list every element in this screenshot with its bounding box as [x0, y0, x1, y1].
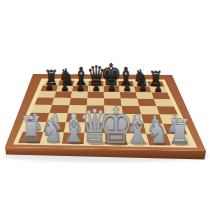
piece-black-pawn: ♟: [154, 80, 163, 94]
product-photo-stage: ♜♞♝♛♚♝♞♜♟♟♟♟♟♟♟♟♟♟♟♟♟♟♟♟♜♞♝♛♚♝♞♜: [0, 0, 210, 210]
square-b5: [52, 98, 71, 105]
square-g5: [137, 99, 156, 107]
chess-board: ♜♞♝♛♚♝♞♜♟♟♟♟♟♟♟♟♟♟♟♟♟♟♟♟♜♞♝♛♚♝♞♜: [0, 0, 210, 210]
piece-black-pawn: ♟: [107, 80, 116, 94]
piece-black-pawn: ♟: [92, 80, 101, 94]
piece-black-pawn: ♟: [76, 79, 85, 93]
piece-white-rook: ♜: [19, 109, 43, 149]
piece-black-pawn: ♟: [45, 79, 54, 93]
piece-black-pawn: ♟: [61, 79, 70, 93]
square-a5: [35, 98, 55, 105]
piece-white-knight: ♞: [147, 113, 170, 151]
piece-black-pawn: ♟: [138, 80, 147, 94]
piece-black-pawn: ♟: [123, 80, 132, 94]
piece-white-rook: ♜: [167, 111, 191, 151]
